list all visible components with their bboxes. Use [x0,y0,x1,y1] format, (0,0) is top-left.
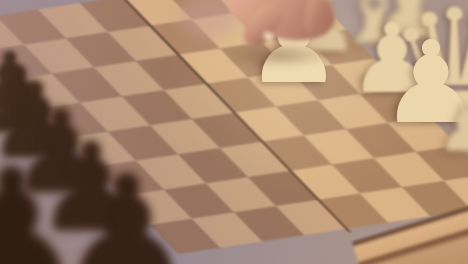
white-pawn-right-edge: ♟ [437,96,468,162]
black-pawn-7: ♟ [0,147,86,264]
chess-photo-frame: ♟♝♟♛♟♟♟♟♟♟♟♟♟♟♟ [0,0,468,264]
